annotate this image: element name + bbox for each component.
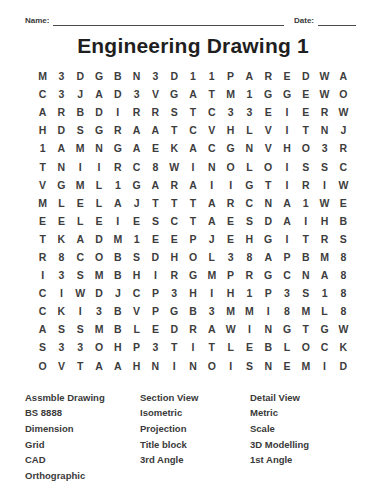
grid-cell[interactable]: E <box>33 212 52 230</box>
grid-cell[interactable]: T <box>33 230 52 248</box>
grid-cell[interactable]: I <box>240 320 259 338</box>
grid-cell[interactable]: 3 <box>165 284 184 302</box>
grid-cell[interactable]: I <box>221 176 240 194</box>
grid-cell[interactable]: A <box>202 194 221 212</box>
grid-cell[interactable]: 3 <box>202 302 221 320</box>
grid-cell[interactable]: L <box>90 176 109 194</box>
grid-cell[interactable]: G <box>165 85 184 103</box>
grid-cell[interactable]: R <box>127 103 146 121</box>
grid-cell[interactable]: G <box>90 121 109 139</box>
grid-cell[interactable]: T <box>165 338 184 356</box>
grid-cell[interactable]: N <box>240 139 259 157</box>
grid-cell[interactable]: L <box>278 338 297 356</box>
grid-cell[interactable]: B <box>108 320 127 338</box>
grid-cell[interactable]: R <box>146 103 165 121</box>
grid-cell[interactable]: J <box>202 230 221 248</box>
grid-cell[interactable]: I <box>71 157 90 175</box>
grid-cell[interactable]: T <box>71 357 90 375</box>
grid-cell[interactable]: J <box>334 121 353 139</box>
grid-cell[interactable]: I <box>202 176 221 194</box>
grid-cell[interactable]: G <box>278 320 297 338</box>
grid-cell[interactable]: E <box>90 212 109 230</box>
grid-cell[interactable]: I <box>278 103 297 121</box>
grid-cell[interactable]: N <box>296 266 315 284</box>
grid-cell[interactable]: R <box>315 103 334 121</box>
grid-cell[interactable]: C <box>33 284 52 302</box>
grid-cell[interactable]: 8 <box>334 302 353 320</box>
grid-cell[interactable]: C <box>334 157 353 175</box>
grid-cell[interactable]: B <box>184 302 203 320</box>
grid-cell[interactable]: W <box>334 320 353 338</box>
grid-cell[interactable]: E <box>296 103 315 121</box>
grid-cell[interactable]: H <box>221 121 240 139</box>
grid-cell[interactable]: K <box>334 338 353 356</box>
grid-cell[interactable]: C <box>315 338 334 356</box>
grid-cell[interactable]: V <box>259 121 278 139</box>
grid-cell[interactable]: O <box>90 338 109 356</box>
grid-cell[interactable]: N <box>184 357 203 375</box>
grid-cell[interactable]: D <box>108 85 127 103</box>
grid-cell[interactable]: I <box>315 176 334 194</box>
grid-cell[interactable]: I <box>108 103 127 121</box>
grid-cell[interactable]: L <box>71 212 90 230</box>
grid-cell[interactable]: D <box>334 357 353 375</box>
grid-cell[interactable]: E <box>146 139 165 157</box>
grid-cell[interactable]: W <box>71 284 90 302</box>
grid-cell[interactable]: W <box>315 194 334 212</box>
grid-cell[interactable]: T <box>33 157 52 175</box>
grid-cell[interactable]: 8 <box>146 157 165 175</box>
grid-cell[interactable]: A <box>33 103 52 121</box>
grid-cell[interactable]: S <box>334 230 353 248</box>
grid-cell[interactable]: 1 <box>202 67 221 85</box>
grid-cell[interactable]: O <box>296 139 315 157</box>
grid-cell[interactable]: G <box>165 302 184 320</box>
grid-cell[interactable]: S <box>296 284 315 302</box>
name-label: Name: <box>25 16 49 26</box>
grid-cell[interactable]: J <box>108 284 127 302</box>
grid-cell[interactable]: R <box>33 248 52 266</box>
grid-cell[interactable]: P <box>221 266 240 284</box>
grid-cell[interactable]: 3 <box>90 302 109 320</box>
word-list-item: 3rd Angle <box>140 452 250 468</box>
grid-cell[interactable]: D <box>90 284 109 302</box>
grid-cell[interactable]: P <box>184 230 203 248</box>
grid-cell[interactable]: H <box>127 266 146 284</box>
grid-cell[interactable]: M <box>221 302 240 320</box>
grid-cell[interactable]: I <box>278 121 297 139</box>
grid-cell[interactable]: S <box>71 121 90 139</box>
grid-cell[interactable]: M <box>240 302 259 320</box>
grid-cell[interactable]: A <box>146 121 165 139</box>
grid-cell[interactable]: T <box>296 121 315 139</box>
grid-cell[interactable]: S <box>240 212 259 230</box>
grid-cell[interactable]: T <box>296 320 315 338</box>
grid-cell[interactable]: G <box>259 85 278 103</box>
grid-cell[interactable]: M <box>296 357 315 375</box>
grid-cell[interactable]: B <box>259 338 278 356</box>
grid-cell[interactable]: A <box>202 212 221 230</box>
grid-cell[interactable]: M <box>202 266 221 284</box>
grid-cell[interactable]: 1 <box>33 139 52 157</box>
grid-cell[interactable]: 8 <box>334 284 353 302</box>
grid-cell[interactable]: S <box>240 357 259 375</box>
grid-cell[interactable]: N <box>146 357 165 375</box>
grid-cell[interactable]: T <box>184 194 203 212</box>
grid-cell[interactable]: T <box>296 230 315 248</box>
grid-cell[interactable]: A <box>90 85 109 103</box>
grid-cell[interactable]: G <box>184 266 203 284</box>
grid-cell[interactable]: C <box>165 212 184 230</box>
grid-cell[interactable]: G <box>315 320 334 338</box>
grid-cell[interactable]: O <box>221 157 240 175</box>
grid-cell[interactable]: E <box>146 320 165 338</box>
grid-cell[interactable]: B <box>108 67 127 85</box>
grid-cell[interactable]: H <box>108 338 127 356</box>
grid-cell[interactable]: N <box>259 194 278 212</box>
grid-cell[interactable]: S <box>33 338 52 356</box>
grid-cell[interactable]: 3 <box>221 103 240 121</box>
grid-cell[interactable]: C <box>202 103 221 121</box>
grid-cell[interactable]: P <box>278 248 297 266</box>
grid-cell[interactable]: I <box>184 338 203 356</box>
grid-cell[interactable]: E <box>296 85 315 103</box>
grid-cell[interactable]: 3 <box>127 85 146 103</box>
word-list-column-1: Assmble DrawingBS 8888DimensionGridCADOr… <box>25 390 140 484</box>
grid-cell[interactable]: V <box>146 85 165 103</box>
grid-cell[interactable]: D <box>71 67 90 85</box>
grid-cell[interactable]: K <box>52 302 71 320</box>
grid-cell[interactable]: 3 <box>52 266 71 284</box>
grid-cell[interactable]: G <box>108 139 127 157</box>
grid-cell[interactable]: S <box>165 103 184 121</box>
grid-cell[interactable]: I <box>108 212 127 230</box>
grid-cell[interactable]: I <box>90 157 109 175</box>
grid-cell[interactable]: G <box>127 176 146 194</box>
grid-cell[interactable]: 1 <box>127 230 146 248</box>
grid-cell[interactable]: I <box>165 357 184 375</box>
grid-cell[interactable]: O <box>296 338 315 356</box>
grid-cell[interactable]: C <box>278 266 297 284</box>
grid-cell[interactable]: B <box>71 103 90 121</box>
grid-cell[interactable]: A <box>184 139 203 157</box>
grid-cell[interactable]: N <box>202 157 221 175</box>
grid-cell[interactable]: L <box>127 320 146 338</box>
grid-cell[interactable]: D <box>90 230 109 248</box>
grid-cell[interactable]: L <box>315 302 334 320</box>
grid-cell[interactable]: 3 <box>240 103 259 121</box>
grid-cell[interactable]: D <box>296 67 315 85</box>
grid-cell[interactable]: S <box>127 248 146 266</box>
grid-cell[interactable]: E <box>71 194 90 212</box>
word-list-column-3: Detail ViewMetricScale3D Modelling1st An… <box>250 390 380 484</box>
grid-cell[interactable]: A <box>259 248 278 266</box>
grid-cell[interactable]: H <box>278 139 297 157</box>
grid-cell[interactable]: 1 <box>315 284 334 302</box>
grid-cell[interactable]: S <box>296 157 315 175</box>
grid-cell[interactable]: W <box>165 157 184 175</box>
grid-cell[interactable]: M <box>108 230 127 248</box>
grid-cell[interactable]: R <box>108 157 127 175</box>
grid-cell[interactable]: 1 <box>240 85 259 103</box>
grid-cell[interactable]: R <box>240 266 259 284</box>
grid-cell[interactable]: D <box>90 103 109 121</box>
grid-cell[interactable]: D <box>165 320 184 338</box>
grid-cell[interactable]: G <box>259 230 278 248</box>
grid-cell[interactable]: W <box>221 320 240 338</box>
grid-cell[interactable]: A <box>90 357 109 375</box>
grid-cell[interactable]: 8 <box>240 248 259 266</box>
word-list-item: Title block <box>140 437 250 453</box>
grid-cell[interactable]: J <box>127 194 146 212</box>
grid-cell[interactable]: B <box>108 266 127 284</box>
grid-cell[interactable]: R <box>165 176 184 194</box>
grid-cell[interactable]: G <box>52 176 71 194</box>
grid-cell[interactable]: E <box>259 103 278 121</box>
grid-cell[interactable]: 1 <box>296 194 315 212</box>
grid-cell[interactable]: E <box>127 212 146 230</box>
grid-cell[interactable]: D <box>165 67 184 85</box>
grid-cell[interactable]: R <box>334 139 353 157</box>
grid-cell[interactable]: L <box>90 194 109 212</box>
grid-cell[interactable]: M <box>71 139 90 157</box>
grid-cell[interactable]: M <box>296 302 315 320</box>
grid-cell[interactable]: N <box>52 157 71 175</box>
grid-cell[interactable]: I <box>52 284 71 302</box>
grid-cell[interactable]: K <box>52 230 71 248</box>
grid-cell[interactable]: P <box>259 284 278 302</box>
grid-cell[interactable]: R <box>52 103 71 121</box>
grid-cell[interactable]: R <box>315 230 334 248</box>
grid-cell[interactable]: I <box>296 212 315 230</box>
grid-cell[interactable]: 3 <box>146 338 165 356</box>
grid-cell[interactable]: T <box>259 176 278 194</box>
grid-cell[interactable]: N <box>259 320 278 338</box>
grid-cell[interactable]: H <box>315 212 334 230</box>
grid-cell[interactable]: 1 <box>108 176 127 194</box>
grid-cell[interactable]: 8 <box>334 248 353 266</box>
grid-cell[interactable]: B <box>334 212 353 230</box>
grid-cell[interactable]: P <box>146 302 165 320</box>
grid-cell[interactable]: E <box>165 230 184 248</box>
grid-cell[interactable]: I <box>221 357 240 375</box>
grid-cell[interactable]: D <box>146 248 165 266</box>
grid-cell[interactable]: T <box>184 212 203 230</box>
grid-cell[interactable]: R <box>221 194 240 212</box>
grid-cell[interactable]: 3 <box>146 67 165 85</box>
grid-cell[interactable]: T <box>202 338 221 356</box>
grid-cell[interactable]: M <box>71 176 90 194</box>
grid-cell[interactable]: D <box>52 121 71 139</box>
grid-cell[interactable]: I <box>315 357 334 375</box>
grid-cell[interactable]: I <box>146 266 165 284</box>
grid-cell[interactable]: A <box>52 139 71 157</box>
grid-cell[interactable]: R <box>165 266 184 284</box>
grid-cell[interactable]: 3 <box>52 67 71 85</box>
grid-cell[interactable]: S <box>146 212 165 230</box>
grid-cell[interactable]: E <box>278 357 297 375</box>
grid-cell[interactable]: C <box>202 139 221 157</box>
grid-cell[interactable]: 8 <box>278 302 297 320</box>
grid-cell[interactable]: 3 <box>221 248 240 266</box>
grid-cell[interactable]: I <box>278 230 297 248</box>
grid-cell[interactable]: H <box>240 230 259 248</box>
grid-cell[interactable]: A <box>184 176 203 194</box>
grid-cell[interactable]: H <box>165 248 184 266</box>
word-list-column-2: Section ViewIsometricProjectionTitle blo… <box>140 390 250 484</box>
grid-cell[interactable]: E <box>146 230 165 248</box>
grid-cell[interactable]: 8 <box>52 248 71 266</box>
grid-cell[interactable]: I <box>278 157 297 175</box>
grid-cell[interactable]: G <box>259 266 278 284</box>
grid-cell[interactable]: A <box>146 176 165 194</box>
grid-cell[interactable]: 3 <box>52 85 71 103</box>
grid-cell[interactable]: A <box>33 320 52 338</box>
grid-cell[interactable]: 1 <box>240 284 259 302</box>
grid-cell[interactable]: C <box>240 194 259 212</box>
grid-cell[interactable]: A <box>108 194 127 212</box>
grid-cell[interactable]: G <box>90 67 109 85</box>
grid-cell[interactable]: V <box>52 357 71 375</box>
grid-cell[interactable]: E <box>52 212 71 230</box>
grid-cell[interactable]: H <box>33 121 52 139</box>
date-input-line[interactable] <box>318 15 356 26</box>
grid-cell[interactable]: C <box>127 157 146 175</box>
grid-cell[interactable]: H <box>184 284 203 302</box>
grid-cell[interactable]: 3 <box>71 338 90 356</box>
grid-cell[interactable]: A <box>315 266 334 284</box>
grid-cell[interactable]: T <box>184 103 203 121</box>
grid-cell[interactable]: H <box>127 357 146 375</box>
grid-cell[interactable]: L <box>202 248 221 266</box>
grid-cell[interactable]: R <box>108 121 127 139</box>
grid-cell[interactable]: 3 <box>278 284 297 302</box>
grid-cell[interactable]: N <box>90 139 109 157</box>
grid-cell[interactable]: S <box>71 266 90 284</box>
grid-cell[interactable]: W <box>334 176 353 194</box>
grid-cell[interactable]: A <box>240 67 259 85</box>
grid-cell[interactable]: J <box>71 85 90 103</box>
grid-cell[interactable]: E <box>240 338 259 356</box>
grid-cell[interactable]: L <box>240 121 259 139</box>
grid-cell[interactable]: D <box>259 212 278 230</box>
grid-cell[interactable]: M <box>315 248 334 266</box>
grid-cell[interactable]: A <box>334 67 353 85</box>
grid-cell[interactable]: A <box>108 357 127 375</box>
grid-cell[interactable]: E <box>221 230 240 248</box>
grid-cell[interactable]: I <box>278 176 297 194</box>
grid-cell[interactable]: 3 <box>315 139 334 157</box>
grid-cell[interactable]: I <box>259 302 278 320</box>
grid-cell[interactable]: C <box>184 121 203 139</box>
grid-cell[interactable]: A <box>202 320 221 338</box>
grid-cell[interactable]: K <box>165 139 184 157</box>
grid-cell[interactable]: R <box>259 67 278 85</box>
grid-cell[interactable]: N <box>315 121 334 139</box>
grid-cell[interactable]: T <box>146 194 165 212</box>
grid-cell[interactable]: B <box>296 248 315 266</box>
grid-cell[interactable]: C <box>33 302 52 320</box>
grid-cell[interactable]: C <box>127 284 146 302</box>
grid-cell[interactable]: M <box>90 266 109 284</box>
grid-cell[interactable]: B <box>108 302 127 320</box>
grid-cell[interactable]: B <box>108 248 127 266</box>
grid-cell[interactable]: A <box>278 212 297 230</box>
grid-cell[interactable]: V <box>127 302 146 320</box>
grid-cell[interactable]: O <box>334 85 353 103</box>
grid-cell[interactable]: G <box>278 85 297 103</box>
grid-cell[interactable]: A <box>127 139 146 157</box>
grid-cell[interactable]: O <box>202 357 221 375</box>
grid-cell[interactable]: I <box>202 284 221 302</box>
grid-cell[interactable]: T <box>202 85 221 103</box>
grid-cell[interactable]: T <box>165 121 184 139</box>
name-input-line[interactable] <box>53 15 284 26</box>
grid-cell[interactable]: C <box>71 248 90 266</box>
grid-cell[interactable]: V <box>259 139 278 157</box>
grid-cell[interactable]: C <box>33 85 52 103</box>
grid-cell[interactable]: R <box>296 176 315 194</box>
grid-cell[interactable]: W <box>334 103 353 121</box>
grid-cell[interactable]: T <box>165 194 184 212</box>
grid-cell[interactable]: A <box>278 194 297 212</box>
grid-cell[interactable]: N <box>259 357 278 375</box>
grid-cell[interactable]: O <box>33 357 52 375</box>
grid-cell[interactable]: M <box>33 194 52 212</box>
grid-cell[interactable]: P <box>146 284 165 302</box>
grid-cell[interactable]: I <box>33 266 52 284</box>
grid-cell[interactable]: O <box>184 248 203 266</box>
grid-cell[interactable]: R <box>184 320 203 338</box>
header-row: Name: Date: <box>0 0 386 26</box>
word-list-item: Orthographic <box>25 468 140 484</box>
grid-cell[interactable]: 3 <box>52 338 71 356</box>
grid-cell[interactable]: E <box>278 67 297 85</box>
grid-cell[interactable]: 1 <box>184 67 203 85</box>
grid-cell[interactable]: V <box>33 176 52 194</box>
grid-cell[interactable]: W <box>315 67 334 85</box>
grid-cell[interactable]: O <box>259 157 278 175</box>
word-list-item: Detail View <box>250 390 380 406</box>
grid-cell[interactable]: M <box>33 67 52 85</box>
grid-cell[interactable]: H <box>221 284 240 302</box>
grid-cell[interactable]: L <box>52 194 71 212</box>
grid-cell[interactable]: E <box>334 194 353 212</box>
grid-cell[interactable]: W <box>315 85 334 103</box>
grid-cell[interactable]: S <box>71 320 90 338</box>
grid-cell[interactable]: N <box>127 67 146 85</box>
grid-cell[interactable]: 8 <box>334 266 353 284</box>
grid-cell[interactable]: L <box>240 157 259 175</box>
grid-cell[interactable]: E <box>221 212 240 230</box>
grid-cell[interactable]: P <box>127 338 146 356</box>
grid-cell[interactable]: V <box>202 121 221 139</box>
grid-cell[interactable]: G <box>240 176 259 194</box>
grid-cell[interactable]: I <box>71 302 90 320</box>
grid-cell[interactable]: S <box>315 157 334 175</box>
grid-cell[interactable]: A <box>184 85 203 103</box>
grid-cell[interactable]: A <box>71 230 90 248</box>
grid-cell[interactable]: L <box>221 338 240 356</box>
grid-cell[interactable]: P <box>221 67 240 85</box>
grid-cell[interactable]: M <box>221 85 240 103</box>
grid-cell[interactable]: G <box>221 139 240 157</box>
grid-cell[interactable]: S <box>52 320 71 338</box>
grid-cell[interactable]: I <box>184 157 203 175</box>
grid-cell[interactable]: M <box>90 320 109 338</box>
grid-cell[interactable]: O <box>90 248 109 266</box>
grid-cell[interactable]: A <box>127 121 146 139</box>
